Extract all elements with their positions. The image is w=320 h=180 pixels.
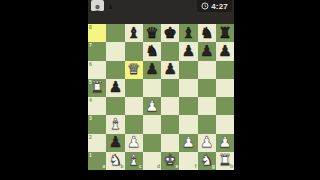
square-e7[interactable] (161, 42, 179, 60)
piece-black-rook-h8[interactable]: ♜ (216, 24, 234, 42)
piece-white-knight-g1[interactable]: ♞ (198, 152, 216, 170)
piece-black-pawn-f7[interactable]: ♟ (179, 42, 197, 60)
rank-label-7: 7 (89, 43, 92, 48)
chess-app-screen: ♟ 4:27 8♝♛♚♝♞♜7♞♟♟♟6♛♟♟5♜♟4♟3♝2♟♟♟♟♟1ab♞… (88, 0, 234, 170)
square-h2[interactable]: ♟ (216, 134, 234, 152)
piece-black-knight-g8[interactable]: ♞ (198, 24, 216, 42)
square-c2[interactable]: ♟ (125, 134, 143, 152)
square-d3[interactable] (143, 115, 161, 133)
piece-black-bishop-c8[interactable]: ♝ (125, 24, 143, 42)
rank-label-3: 3 (89, 116, 92, 121)
square-b4[interactable] (106, 97, 124, 115)
square-f5[interactable] (179, 79, 197, 97)
piece-white-pawn-f2[interactable]: ♟ (179, 134, 197, 152)
square-b5[interactable]: ♟ (106, 79, 124, 97)
square-d7[interactable]: ♞ (143, 42, 161, 60)
piece-white-king-e1[interactable]: ♚ (161, 152, 179, 170)
file-label-d: d (157, 164, 160, 169)
piece-white-pawn-g2[interactable]: ♟ (198, 134, 216, 152)
square-f2[interactable]: ♟ (179, 134, 197, 152)
clock-time: 4:27 (211, 2, 228, 11)
square-d1[interactable]: d (143, 152, 161, 170)
square-b8[interactable] (106, 24, 124, 42)
piece-white-queen-c6[interactable]: ♛ (125, 61, 143, 79)
square-a8[interactable]: 8 (88, 24, 106, 42)
square-e1[interactable]: e♚ (161, 152, 179, 170)
piece-white-pawn-h2[interactable]: ♟ (216, 134, 234, 152)
square-c7[interactable] (125, 42, 143, 60)
square-e8[interactable]: ♚ (161, 24, 179, 42)
rank-label-6: 6 (89, 62, 92, 67)
square-a4[interactable]: 4 (88, 97, 106, 115)
piece-black-pawn-g7[interactable]: ♟ (198, 42, 216, 60)
square-c8[interactable]: ♝ (125, 24, 143, 42)
square-f6[interactable] (179, 61, 197, 79)
square-g1[interactable]: g♞ (198, 152, 216, 170)
rank-label-4: 4 (89, 98, 92, 103)
square-b3[interactable]: ♝ (106, 115, 124, 133)
square-d5[interactable] (143, 79, 161, 97)
opponent-avatar[interactable] (91, 0, 104, 11)
piece-white-rook-a5[interactable]: ♜ (88, 79, 106, 97)
square-g3[interactable] (198, 115, 216, 133)
square-h1[interactable]: h♜ (216, 152, 234, 170)
square-b1[interactable]: b♞ (106, 152, 124, 170)
square-h3[interactable] (216, 115, 234, 133)
square-e6[interactable]: ♟ (161, 61, 179, 79)
square-f8[interactable]: ♝ (179, 24, 197, 42)
square-c3[interactable] (125, 115, 143, 133)
square-h6[interactable] (216, 61, 234, 79)
square-c6[interactable]: ♛ (125, 61, 143, 79)
piece-black-knight-d7[interactable]: ♞ (143, 42, 161, 60)
square-f7[interactable]: ♟ (179, 42, 197, 60)
square-a1[interactable]: 1a (88, 152, 106, 170)
square-a6[interactable]: 6 (88, 61, 106, 79)
piece-white-knight-b1[interactable]: ♞ (106, 152, 124, 170)
square-e3[interactable] (161, 115, 179, 133)
square-g6[interactable] (198, 61, 216, 79)
square-g4[interactable] (198, 97, 216, 115)
piece-black-pawn-d6[interactable]: ♟ (143, 61, 161, 79)
captured-pawn-icon: ♟ (107, 2, 114, 12)
square-f1[interactable]: f (179, 152, 197, 170)
square-g8[interactable]: ♞ (198, 24, 216, 42)
square-c5[interactable] (125, 79, 143, 97)
square-b7[interactable] (106, 42, 124, 60)
square-e2[interactable] (161, 134, 179, 152)
square-d4[interactable]: ♟ (143, 97, 161, 115)
piece-black-pawn-h7[interactable]: ♟ (216, 42, 234, 60)
square-h7[interactable]: ♟ (216, 42, 234, 60)
square-a7[interactable]: 7 (88, 42, 106, 60)
square-g5[interactable] (198, 79, 216, 97)
square-h4[interactable] (216, 97, 234, 115)
person-silhouette-icon (91, 3, 104, 11)
square-c4[interactable] (125, 97, 143, 115)
screenshot-canvas: ♟ 4:27 8♝♛♚♝♞♜7♞♟♟♟6♛♟♟5♜♟4♟3♝2♟♟♟♟♟1ab♞… (0, 0, 320, 180)
piece-white-bishop-b3[interactable]: ♝ (106, 115, 124, 133)
square-f3[interactable] (179, 115, 197, 133)
square-g7[interactable]: ♟ (198, 42, 216, 60)
piece-white-pawn-d4[interactable]: ♟ (143, 97, 161, 115)
square-h8[interactable]: ♜ (216, 24, 234, 42)
square-a3[interactable]: 3 (88, 115, 106, 133)
rank-label-1: 1 (89, 153, 92, 158)
piece-black-pawn-e6[interactable]: ♟ (161, 61, 179, 79)
piece-white-pawn-c2[interactable]: ♟ (125, 134, 143, 152)
square-b6[interactable] (106, 61, 124, 79)
piece-white-rook-h1[interactable]: ♜ (216, 152, 234, 170)
rank-label-8: 8 (89, 25, 92, 30)
square-f4[interactable] (179, 97, 197, 115)
clock-icon (201, 2, 209, 10)
square-b2[interactable]: ♟ (106, 134, 124, 152)
piece-black-pawn-b2[interactable]: ♟ (106, 134, 124, 152)
piece-black-pawn-b5[interactable]: ♟ (106, 79, 124, 97)
piece-black-queen-d8[interactable]: ♛ (143, 24, 161, 42)
square-d6[interactable]: ♟ (143, 61, 161, 79)
square-g2[interactable]: ♟ (198, 134, 216, 152)
square-c1[interactable]: c♝ (125, 152, 143, 170)
square-a2[interactable]: 2 (88, 134, 106, 152)
square-h5[interactable] (216, 79, 234, 97)
file-label-a: a (102, 164, 105, 169)
piece-black-bishop-f8[interactable]: ♝ (179, 24, 197, 42)
square-a5[interactable]: 5♜ (88, 79, 106, 97)
square-e4[interactable] (161, 97, 179, 115)
rank-label-2: 2 (89, 135, 92, 140)
chess-board: 8♝♛♚♝♞♜7♞♟♟♟6♛♟♟5♜♟4♟3♝2♟♟♟♟♟1ab♞c♝de♚fg… (88, 24, 234, 170)
square-d2[interactable] (143, 134, 161, 152)
opponent-bar: ♟ 4:27 (88, 0, 234, 24)
piece-white-bishop-c1[interactable]: ♝ (125, 152, 143, 170)
square-e5[interactable] (161, 79, 179, 97)
piece-black-king-e8[interactable]: ♚ (161, 24, 179, 42)
file-label-f: f (195, 164, 197, 169)
square-d8[interactable]: ♛ (143, 24, 161, 42)
opponent-clock: 4:27 (197, 0, 232, 12)
